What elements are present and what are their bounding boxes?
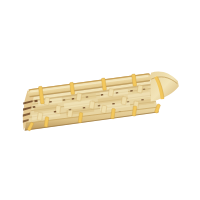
weave-cross-strip — [108, 88, 114, 96]
weave-gap-speck — [34, 100, 37, 102]
product-photo: woven bamboo tray — [0, 0, 200, 200]
weave-cross-strip — [76, 93, 82, 101]
weave-cross-strip — [37, 112, 43, 120]
weave-cross-strip — [101, 105, 107, 113]
photo-canvas: woven bamboo tray — [0, 0, 200, 200]
weave-cross-strip — [121, 96, 127, 104]
weave-cross-strip — [89, 101, 95, 109]
weave-cross-strip — [55, 105, 61, 113]
weave-gap-speck — [33, 106, 36, 108]
weave-cross-strip — [44, 97, 50, 105]
weave-slat — [128, 94, 150, 97]
weave-slat — [34, 107, 58, 110]
weave-cross-strip — [67, 109, 73, 117]
weave-cross-strip — [137, 85, 143, 93]
